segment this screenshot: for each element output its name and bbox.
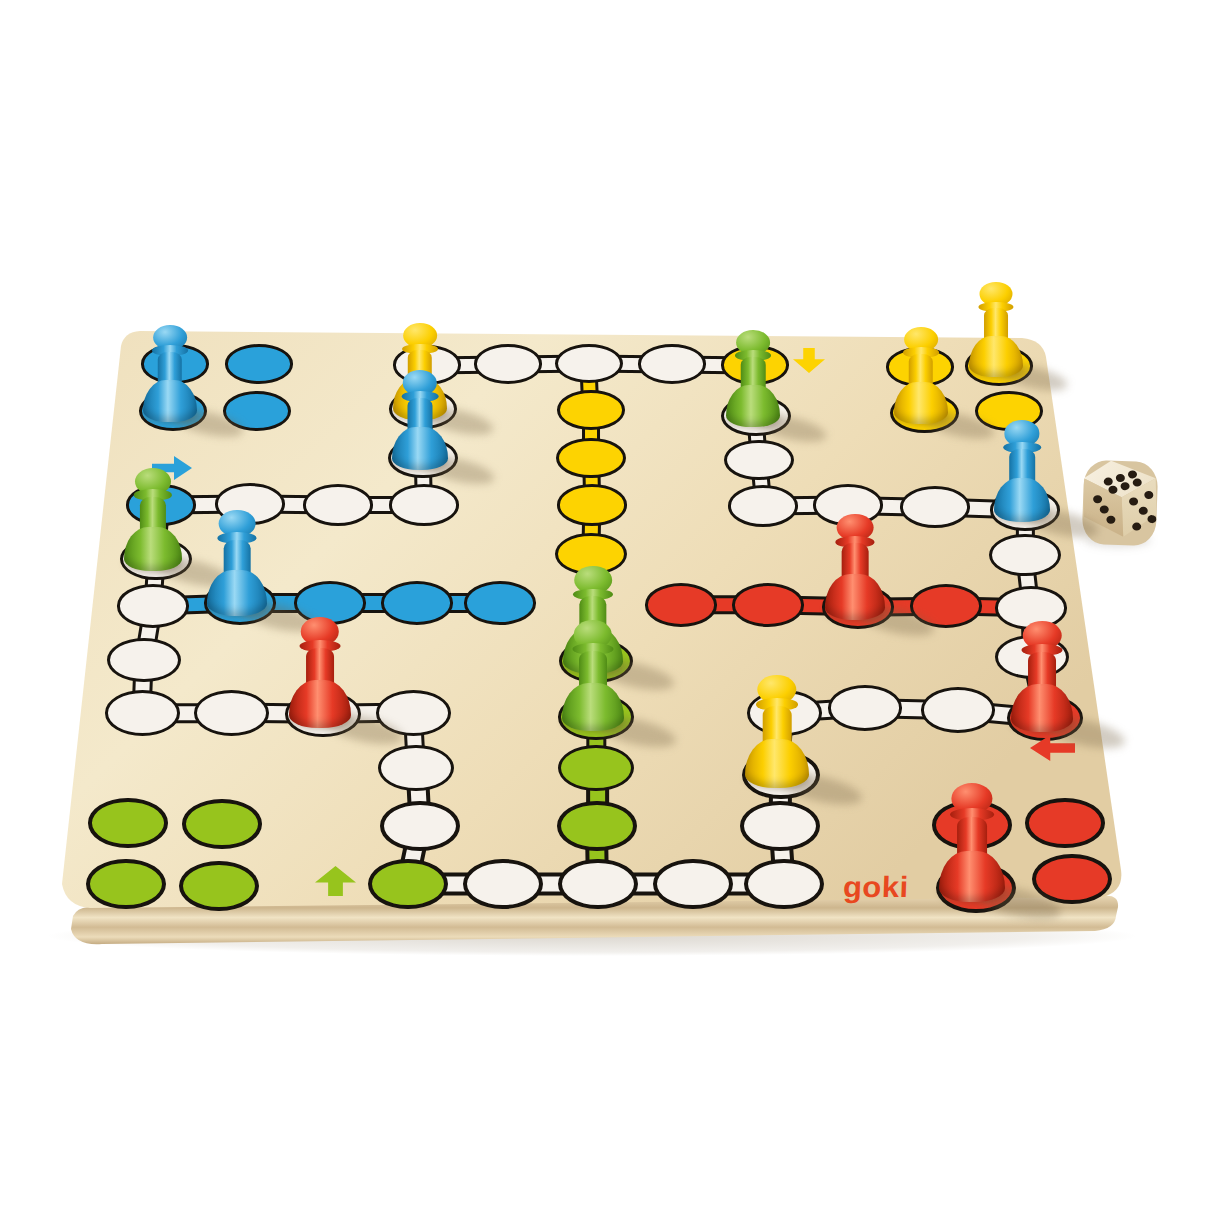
field-t15[interactable]	[900, 486, 971, 528]
pawn-lower	[124, 527, 182, 572]
field-t27[interactable]	[653, 859, 733, 910]
die-pip	[1132, 523, 1141, 531]
field-hb2[interactable]	[225, 344, 293, 383]
pawn-lower	[1011, 684, 1073, 732]
pawn-lower	[994, 478, 1051, 522]
die-pip	[1116, 473, 1125, 481]
pawn-red[interactable]	[825, 514, 884, 620]
pawn-lower	[392, 427, 448, 470]
pawn-lower	[894, 382, 948, 424]
pawn-lower	[825, 574, 884, 620]
field-gb3[interactable]	[381, 581, 454, 625]
die-pip	[1104, 477, 1113, 485]
pawn-lower	[745, 739, 809, 788]
field-hg1[interactable]	[88, 798, 167, 848]
field-hg2[interactable]	[182, 799, 261, 849]
field-t32[interactable]	[378, 745, 454, 792]
die-pip	[1128, 470, 1137, 478]
field-t31[interactable]	[380, 801, 459, 851]
pawn-blue[interactable]	[143, 325, 197, 422]
field-hg4[interactable]	[179, 861, 259, 912]
field-t8[interactable]	[555, 344, 623, 383]
pawn-yellow[interactable]	[745, 675, 809, 788]
field-t38[interactable]	[117, 584, 190, 628]
field-t9[interactable]	[638, 344, 706, 383]
field-t28[interactable]	[558, 859, 638, 910]
pawn-lower	[969, 336, 1022, 377]
pawn-blue[interactable]	[994, 420, 1051, 522]
field-gg1[interactable]	[557, 801, 636, 851]
pawn-red[interactable]	[1011, 621, 1073, 732]
field-t3[interactable]	[389, 484, 460, 526]
field-gy2[interactable]	[556, 438, 626, 479]
field-t21[interactable]	[921, 687, 996, 733]
pawn-lower	[289, 680, 351, 728]
pawn-red[interactable]	[289, 617, 351, 728]
field-t36[interactable]	[105, 690, 180, 736]
pawn-yellow[interactable]	[969, 282, 1022, 377]
field-t17[interactable]	[989, 534, 1061, 577]
pawn-blue[interactable]	[207, 510, 266, 616]
field-t22[interactable]	[828, 685, 903, 731]
pawn-lower	[726, 385, 781, 427]
field-t26[interactable]	[744, 859, 824, 910]
field-hg3[interactable]	[86, 859, 166, 910]
pawn-green[interactable]	[562, 620, 624, 731]
pawn-lower	[939, 851, 1005, 902]
field-gr4[interactable]	[645, 583, 718, 627]
pawn-lower	[562, 683, 624, 731]
field-t35[interactable]	[194, 690, 269, 736]
field-gg2[interactable]	[558, 745, 634, 792]
field-t7[interactable]	[474, 344, 542, 383]
die-pip	[1132, 478, 1141, 486]
field-t29[interactable]	[463, 859, 543, 910]
die-pip	[1147, 515, 1156, 523]
field-t2[interactable]	[303, 484, 374, 526]
field-t30[interactable]	[368, 859, 448, 910]
pawn-red[interactable]	[939, 783, 1005, 902]
pawn-green[interactable]	[124, 468, 182, 572]
field-t25[interactable]	[740, 801, 819, 851]
field-gr3[interactable]	[732, 583, 805, 627]
ludo-board-photo: goki	[0, 0, 1214, 1214]
field-t12[interactable]	[724, 440, 794, 481]
field-gb4[interactable]	[464, 581, 537, 625]
brand-logo: goki	[842, 870, 909, 904]
pawn-lower	[143, 380, 197, 422]
field-hr2[interactable]	[1025, 798, 1104, 848]
pawn-yellow[interactable]	[894, 327, 948, 424]
field-gy3[interactable]	[557, 484, 628, 526]
pawn-lower	[207, 570, 266, 615]
pawn-green[interactable]	[726, 330, 781, 427]
pawn-blue[interactable]	[392, 370, 448, 469]
field-t13[interactable]	[728, 485, 799, 527]
field-t37[interactable]	[107, 638, 181, 683]
field-gy1[interactable]	[557, 390, 626, 430]
